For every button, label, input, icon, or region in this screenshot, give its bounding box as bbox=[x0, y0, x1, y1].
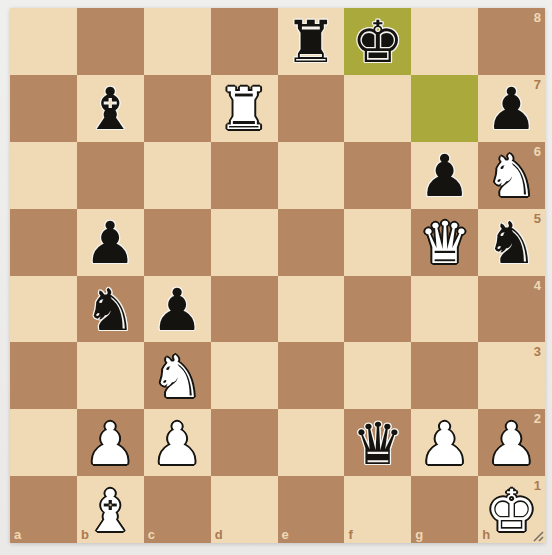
piece-white-rook[interactable]: ♜ bbox=[218, 80, 270, 138]
square-d5[interactable] bbox=[211, 209, 278, 276]
square-c5[interactable] bbox=[144, 209, 211, 276]
square-a7[interactable] bbox=[10, 75, 77, 142]
square-h4[interactable]: 4 bbox=[478, 276, 545, 343]
piece-white-pawn[interactable]: ♟ bbox=[419, 415, 471, 473]
file-label-e: e bbox=[282, 527, 289, 542]
square-f1[interactable]: f bbox=[344, 476, 411, 543]
square-e2[interactable] bbox=[278, 409, 345, 476]
square-d4[interactable] bbox=[211, 276, 278, 343]
square-b4[interactable]: ♞ bbox=[77, 276, 144, 343]
rank-label-3: 3 bbox=[534, 344, 541, 359]
square-h3[interactable]: 3 bbox=[478, 342, 545, 409]
piece-black-bishop[interactable]: ♝ bbox=[84, 80, 136, 138]
square-b5[interactable]: ♟ bbox=[77, 209, 144, 276]
square-a4[interactable] bbox=[10, 276, 77, 343]
chess-board: ♜♚8♝♜♟7♟♞6♟♛♞5♞♟4♞3♟♟♛♟♟2a♝bcdefg♚1h bbox=[10, 8, 545, 543]
square-d7[interactable]: ♜ bbox=[211, 75, 278, 142]
piece-black-rook[interactable]: ♜ bbox=[285, 13, 337, 71]
square-b6[interactable] bbox=[77, 142, 144, 209]
square-c8[interactable] bbox=[144, 8, 211, 75]
square-a8[interactable] bbox=[10, 8, 77, 75]
square-d1[interactable]: d bbox=[211, 476, 278, 543]
file-label-a: a bbox=[14, 527, 21, 542]
square-b8[interactable] bbox=[77, 8, 144, 75]
square-f6[interactable] bbox=[344, 142, 411, 209]
square-b1[interactable]: ♝b bbox=[77, 476, 144, 543]
square-c4[interactable]: ♟ bbox=[144, 276, 211, 343]
square-h5[interactable]: ♞5 bbox=[478, 209, 545, 276]
piece-white-pawn[interactable]: ♟ bbox=[151, 415, 203, 473]
square-e3[interactable] bbox=[278, 342, 345, 409]
square-d3[interactable] bbox=[211, 342, 278, 409]
piece-black-pawn[interactable]: ♟ bbox=[419, 147, 471, 205]
square-f5[interactable] bbox=[344, 209, 411, 276]
square-d8[interactable] bbox=[211, 8, 278, 75]
piece-black-pawn[interactable]: ♟ bbox=[151, 281, 203, 339]
square-f8[interactable]: ♚ bbox=[344, 8, 411, 75]
piece-white-pawn[interactable]: ♟ bbox=[84, 415, 136, 473]
square-a3[interactable] bbox=[10, 342, 77, 409]
square-g8[interactable] bbox=[411, 8, 478, 75]
rank-label-4: 4 bbox=[534, 278, 541, 293]
square-b2[interactable]: ♟ bbox=[77, 409, 144, 476]
square-g1[interactable]: g bbox=[411, 476, 478, 543]
square-c1[interactable]: c bbox=[144, 476, 211, 543]
page-background: ♜♚8♝♜♟7♟♞6♟♛♞5♞♟4♞3♟♟♛♟♟2a♝bcdefg♚1h bbox=[0, 0, 552, 555]
square-g2[interactable]: ♟ bbox=[411, 409, 478, 476]
piece-black-queen[interactable]: ♛ bbox=[352, 415, 404, 473]
rank-label-8: 8 bbox=[534, 10, 541, 25]
piece-white-bishop[interactable]: ♝ bbox=[84, 482, 136, 540]
square-e8[interactable]: ♜ bbox=[278, 8, 345, 75]
square-g7[interactable] bbox=[411, 75, 478, 142]
square-f3[interactable] bbox=[344, 342, 411, 409]
square-d2[interactable] bbox=[211, 409, 278, 476]
square-h8[interactable]: 8 bbox=[478, 8, 545, 75]
square-e1[interactable]: e bbox=[278, 476, 345, 543]
square-f7[interactable] bbox=[344, 75, 411, 142]
square-h6[interactable]: ♞6 bbox=[478, 142, 545, 209]
piece-white-pawn[interactable]: ♟ bbox=[486, 415, 538, 473]
square-b7[interactable]: ♝ bbox=[77, 75, 144, 142]
square-f4[interactable] bbox=[344, 276, 411, 343]
piece-white-queen[interactable]: ♛ bbox=[419, 214, 471, 272]
piece-black-pawn[interactable]: ♟ bbox=[84, 214, 136, 272]
square-d6[interactable] bbox=[211, 142, 278, 209]
piece-black-knight[interactable]: ♞ bbox=[84, 281, 136, 339]
square-g6[interactable]: ♟ bbox=[411, 142, 478, 209]
square-c6[interactable] bbox=[144, 142, 211, 209]
file-label-c: c bbox=[148, 527, 155, 542]
file-label-g: g bbox=[415, 527, 423, 542]
square-e7[interactable] bbox=[278, 75, 345, 142]
square-e6[interactable] bbox=[278, 142, 345, 209]
square-c7[interactable] bbox=[144, 75, 211, 142]
square-a1[interactable]: a bbox=[10, 476, 77, 543]
square-h7[interactable]: ♟7 bbox=[478, 75, 545, 142]
piece-black-pawn[interactable]: ♟ bbox=[486, 80, 538, 138]
file-label-f: f bbox=[348, 527, 352, 542]
square-c3[interactable]: ♞ bbox=[144, 342, 211, 409]
square-f2[interactable]: ♛ bbox=[344, 409, 411, 476]
square-b3[interactable] bbox=[77, 342, 144, 409]
square-c2[interactable]: ♟ bbox=[144, 409, 211, 476]
resize-grip-icon[interactable] bbox=[530, 528, 544, 542]
square-h2[interactable]: ♟2 bbox=[478, 409, 545, 476]
piece-black-king[interactable]: ♚ bbox=[352, 13, 404, 71]
square-e4[interactable] bbox=[278, 276, 345, 343]
square-g4[interactable] bbox=[411, 276, 478, 343]
square-g5[interactable]: ♛ bbox=[411, 209, 478, 276]
square-a6[interactable] bbox=[10, 142, 77, 209]
piece-white-knight[interactable]: ♞ bbox=[486, 147, 538, 205]
square-g3[interactable] bbox=[411, 342, 478, 409]
square-a2[interactable] bbox=[10, 409, 77, 476]
file-label-d: d bbox=[215, 527, 223, 542]
square-e5[interactable] bbox=[278, 209, 345, 276]
piece-white-knight[interactable]: ♞ bbox=[151, 348, 203, 406]
piece-black-knight[interactable]: ♞ bbox=[486, 214, 538, 272]
square-a5[interactable] bbox=[10, 209, 77, 276]
